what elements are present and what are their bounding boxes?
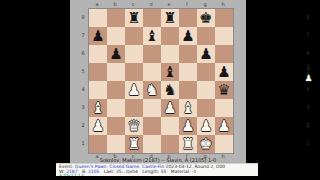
square-b2[interactable] — [107, 117, 125, 135]
black-king-g8[interactable]: ♚ — [197, 9, 215, 27]
rank-label-2: 2 — [303, 116, 313, 134]
square-h1[interactable] — [215, 135, 233, 153]
square-e7[interactable] — [161, 27, 179, 45]
white-pawn-c4[interactable]: ♟ — [125, 81, 143, 99]
square-a8[interactable] — [89, 9, 107, 27]
square-a2[interactable]: ♟ — [89, 117, 107, 135]
square-h5[interactable]: ♟ — [215, 63, 233, 81]
rank-label-6: 6 — [303, 44, 313, 62]
square-e1[interactable] — [161, 135, 179, 153]
square-h4[interactable]: ♛ — [215, 81, 233, 99]
file-label-e: e — [160, 1, 178, 8]
black-bishop-d7[interactable]: ♝ — [143, 27, 161, 45]
square-g6[interactable]: ♟ — [197, 45, 215, 63]
square-c2[interactable]: ♛ — [125, 117, 143, 135]
square-b6[interactable]: ♟ — [107, 45, 125, 63]
square-c5[interactable] — [125, 63, 143, 81]
square-a6[interactable] — [89, 45, 107, 63]
rank-label-4: 4 — [78, 80, 88, 98]
white-bishop-a3[interactable]: ♝ — [89, 99, 107, 117]
rank-label-8: 8 — [78, 8, 88, 26]
square-h3[interactable] — [215, 99, 233, 117]
rank-label-8: 8 — [303, 8, 313, 26]
rank-label-5: 5 — [78, 62, 88, 80]
last-move-text: Last: 25...Qxh4 — [104, 169, 138, 174]
square-f2[interactable]: ♟ — [179, 117, 197, 135]
white-pawn-f2[interactable]: ♟ — [179, 117, 197, 135]
captured-white-pawn: ♟ — [302, 73, 315, 84]
file-label-h: h — [214, 1, 232, 8]
square-c6[interactable] — [125, 45, 143, 63]
black-pawn-h5[interactable]: ♟ — [215, 63, 233, 81]
square-b7[interactable] — [107, 27, 125, 45]
file-label-c: c — [124, 1, 142, 8]
white-pawn-g2[interactable]: ♟ — [197, 117, 215, 135]
rank-label-3: 3 — [303, 98, 313, 116]
file-label-a: a — [88, 1, 106, 8]
square-d1[interactable] — [143, 135, 161, 153]
square-a5[interactable] — [89, 63, 107, 81]
square-e4[interactable]: ♞ — [161, 81, 179, 99]
black-pawn-g6[interactable]: ♟ — [197, 45, 215, 63]
game-info-bar: Event: Queen's Pawn, Closed Game, Castle… — [56, 163, 258, 176]
black-rook-c8[interactable]: ♜ — [125, 9, 143, 27]
square-d2[interactable] — [143, 117, 161, 135]
square-g3[interactable] — [197, 99, 215, 117]
square-f6[interactable] — [179, 45, 197, 63]
square-f8[interactable] — [179, 9, 197, 27]
black-bishop-e5[interactable]: ♝ — [161, 63, 179, 81]
rank-label-7: 7 — [78, 26, 88, 44]
square-a3[interactable]: ♝ — [89, 99, 107, 117]
white-pawn-h2[interactable]: ♟ — [215, 117, 233, 135]
square-e8[interactable]: ♜ — [161, 9, 179, 27]
white-knight-d4[interactable]: ♞ — [143, 81, 161, 99]
square-d8[interactable] — [143, 9, 161, 27]
rank-label-1: 1 — [303, 134, 313, 152]
square-e6[interactable] — [161, 45, 179, 63]
square-b3[interactable] — [107, 99, 125, 117]
square-f4[interactable] — [179, 81, 197, 99]
rank-label-2: 2 — [78, 116, 88, 134]
black-rook-e8[interactable]: ♜ — [161, 9, 179, 27]
material-balance-text: Material: -1 — [171, 169, 197, 174]
black-pawn-b6[interactable]: ♟ — [107, 45, 125, 63]
white-queen-c2[interactable]: ♛ — [125, 117, 143, 135]
square-a1[interactable] — [89, 135, 107, 153]
square-f7[interactable]: ♟ — [179, 27, 197, 45]
square-a4[interactable] — [89, 81, 107, 99]
square-b1[interactable] — [107, 135, 125, 153]
black-elo-value: 2105 — [88, 169, 99, 174]
black-queen-h4[interactable]: ♛ — [215, 81, 233, 99]
square-b8[interactable] — [107, 9, 125, 27]
square-c1[interactable]: ♜ — [125, 135, 143, 153]
file-label-f: f — [178, 1, 196, 8]
file-labels-top: abcdefgh — [88, 1, 232, 8]
letterbox-left — [0, 0, 70, 180]
square-c4[interactable]: ♟ — [125, 81, 143, 99]
square-g4[interactable] — [197, 81, 215, 99]
black-pawn-f7[interactable]: ♟ — [179, 27, 197, 45]
chess-board[interactable]: ♜♜♚♟♝♟♟♟♝♟♟♞♞♛♝♟♝♟♛♟♟♟♜♜♚ — [88, 8, 234, 154]
square-g7[interactable] — [197, 27, 215, 45]
file-label-d: d — [142, 1, 160, 8]
square-e5[interactable]: ♝ — [161, 63, 179, 81]
file-label-b: b — [106, 1, 124, 8]
rank-label-6: 6 — [78, 44, 88, 62]
file-label-g: g — [196, 1, 214, 8]
square-g8[interactable]: ♚ — [197, 9, 215, 27]
captured-black-pawn: ♟ — [302, 62, 315, 73]
square-e2[interactable] — [161, 117, 179, 135]
square-g2[interactable]: ♟ — [197, 117, 215, 135]
rank-labels-left: 87654321 — [78, 8, 88, 152]
square-h6[interactable] — [215, 45, 233, 63]
black-knight-e4[interactable]: ♞ — [161, 81, 179, 99]
white-pawn-a2[interactable]: ♟ — [89, 117, 107, 135]
white-pawn-e3[interactable]: ♟ — [161, 99, 179, 117]
square-g5[interactable] — [197, 63, 215, 81]
square-h2[interactable]: ♟ — [215, 117, 233, 135]
rank-label-1: 1 — [78, 134, 88, 152]
square-d7[interactable]: ♝ — [143, 27, 161, 45]
square-f5[interactable] — [179, 63, 197, 81]
white-bishop-f3[interactable]: ♝ — [179, 99, 197, 117]
square-d4[interactable]: ♞ — [143, 81, 161, 99]
white-rook-f1[interactable]: ♜ — [179, 135, 197, 153]
square-h8[interactable] — [215, 9, 233, 27]
square-h7[interactable] — [215, 27, 233, 45]
rank-label-7: 7 — [303, 26, 313, 44]
rank-label-3: 3 — [78, 98, 88, 116]
square-c7[interactable] — [125, 27, 143, 45]
bottom-black-strip — [0, 176, 320, 180]
square-f1[interactable]: ♜ — [179, 135, 197, 153]
white-king-g1[interactable]: ♚ — [197, 135, 215, 153]
square-f3[interactable]: ♝ — [179, 99, 197, 117]
black-pawn-a7[interactable]: ♟ — [89, 27, 107, 45]
game-length-text: Length: 55 — [142, 169, 166, 174]
square-g1[interactable]: ♚ — [197, 135, 215, 153]
square-d3[interactable] — [143, 99, 161, 117]
chess-gui-panel: abcdefgh 87654321 87654321 ♜♜♚♟♝♟♟♟♝♟♟♞♞… — [70, 0, 246, 180]
white-rook-c1[interactable]: ♜ — [125, 135, 143, 153]
square-d6[interactable] — [143, 45, 161, 63]
captured-pieces-tray: ♟♟ — [302, 62, 315, 84]
square-c8[interactable]: ♜ — [125, 9, 143, 27]
square-e3[interactable]: ♟ — [161, 99, 179, 117]
square-d5[interactable] — [143, 63, 161, 81]
square-b5[interactable] — [107, 63, 125, 81]
square-c3[interactable] — [125, 99, 143, 117]
square-b4[interactable] — [107, 81, 125, 99]
square-a7[interactable]: ♟ — [89, 27, 107, 45]
